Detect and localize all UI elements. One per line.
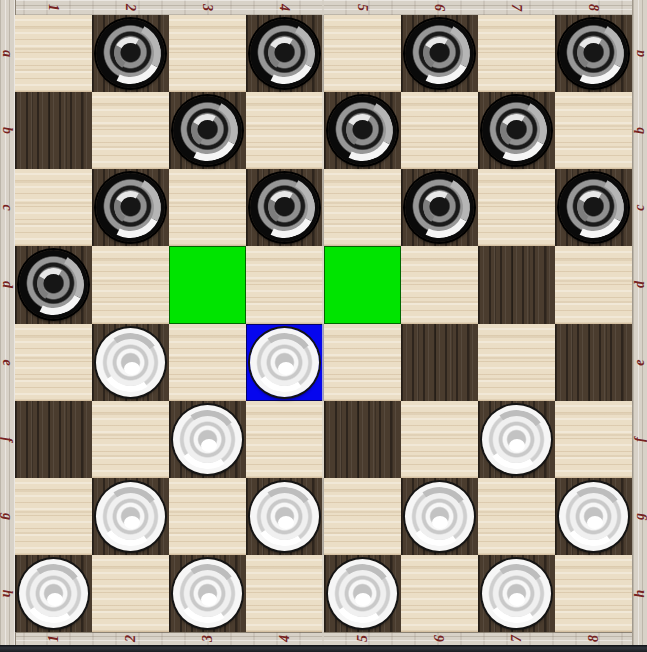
square-c3	[169, 169, 246, 246]
black-man-b5[interactable]	[328, 96, 397, 165]
square-b2	[92, 92, 169, 169]
square-b4	[246, 92, 323, 169]
white-man-g4[interactable]	[250, 482, 319, 551]
black-man-b7[interactable]	[482, 96, 551, 165]
coord-label-bottom-5: 5	[356, 600, 369, 652]
square-f7[interactable]	[478, 401, 555, 478]
square-g4[interactable]	[246, 478, 323, 555]
black-man-c4[interactable]	[250, 173, 319, 242]
coord-label-top-1: 1	[46, 0, 61, 46]
square-b5[interactable]	[324, 92, 401, 169]
black-man-c2[interactable]	[96, 173, 165, 242]
coord-label-bottom-8: 8	[587, 600, 600, 652]
row-labels-left: abcdefgh	[0, 15, 15, 632]
square-b7[interactable]	[478, 92, 555, 169]
square-e2[interactable]	[92, 324, 169, 401]
white-man-e2[interactable]	[96, 328, 165, 397]
square-g6[interactable]	[401, 478, 478, 555]
white-man-f3[interactable]	[173, 405, 242, 474]
coord-label-right-d: d	[601, 277, 647, 292]
coord-label-left-g: g	[0, 509, 46, 524]
window-bottom-edge	[0, 645, 647, 652]
coord-label-left-h: h	[0, 586, 46, 601]
coord-label-left-f: f	[0, 432, 46, 447]
coord-label-right-b: b	[601, 123, 647, 138]
square-b3[interactable]	[169, 92, 246, 169]
coord-label-top-3: 3	[200, 0, 215, 46]
white-man-g2[interactable]	[96, 482, 165, 551]
white-man-f7[interactable]	[482, 405, 551, 474]
coord-label-left-a: a	[0, 46, 46, 61]
column-labels-bottom: 12345678	[15, 632, 632, 645]
square-f3[interactable]	[169, 401, 246, 478]
coord-label-right-c: c	[601, 200, 647, 215]
coord-label-top-5: 5	[355, 0, 370, 46]
coord-label-top-2: 2	[123, 0, 138, 46]
coord-label-left-e: e	[0, 355, 46, 370]
black-man-b3[interactable]	[173, 96, 242, 165]
square-e5	[324, 324, 401, 401]
square-c4[interactable]	[246, 169, 323, 246]
square-d2	[92, 246, 169, 323]
white-man-e4[interactable]	[250, 328, 319, 397]
coord-label-bottom-6: 6	[433, 600, 446, 652]
square-c2[interactable]	[92, 169, 169, 246]
coord-label-bottom-1: 1	[47, 600, 60, 652]
square-d6	[401, 246, 478, 323]
coord-label-left-b: b	[0, 123, 46, 138]
column-labels-top: 12345678	[15, 0, 632, 15]
coord-label-right-g: g	[601, 509, 647, 524]
black-man-c6[interactable]	[405, 173, 474, 242]
square-d4	[246, 246, 323, 323]
square-f4	[246, 401, 323, 478]
coord-label-top-6: 6	[432, 0, 447, 46]
square-g2[interactable]	[92, 478, 169, 555]
coord-label-right-e: e	[601, 355, 647, 370]
coord-label-right-h: h	[601, 586, 647, 601]
square-b6	[401, 92, 478, 169]
coord-label-left-d: d	[0, 277, 46, 292]
square-c5	[324, 169, 401, 246]
coord-label-bottom-2: 2	[124, 600, 137, 652]
coord-label-top-4: 4	[277, 0, 292, 46]
row-labels-right: abcdefgh	[632, 15, 647, 632]
square-d7[interactable]	[478, 246, 555, 323]
square-f6	[401, 401, 478, 478]
white-man-g6[interactable]	[405, 482, 474, 551]
coord-label-right-f: f	[601, 432, 647, 447]
coord-label-left-c: c	[0, 200, 46, 215]
coord-label-bottom-7: 7	[510, 600, 523, 652]
coord-label-bottom-4: 4	[278, 600, 291, 652]
square-d3[interactable]	[169, 246, 246, 323]
square-e3	[169, 324, 246, 401]
square-c7	[478, 169, 555, 246]
square-g7	[478, 478, 555, 555]
coord-label-bottom-3: 3	[201, 600, 214, 652]
square-e7	[478, 324, 555, 401]
coord-label-right-a: a	[601, 46, 647, 61]
square-g5	[324, 478, 401, 555]
coord-label-top-7: 7	[509, 0, 524, 46]
checkers-app-window: 12345678 12345678 abcdefgh abcdefgh	[0, 0, 647, 652]
board-seam-line	[322, 0, 324, 645]
square-e4[interactable]	[246, 324, 323, 401]
square-c6[interactable]	[401, 169, 478, 246]
square-g3	[169, 478, 246, 555]
square-f5[interactable]	[324, 401, 401, 478]
coord-label-top-8: 8	[586, 0, 601, 46]
square-e6[interactable]	[401, 324, 478, 401]
square-f2	[92, 401, 169, 478]
square-d5[interactable]	[324, 246, 401, 323]
